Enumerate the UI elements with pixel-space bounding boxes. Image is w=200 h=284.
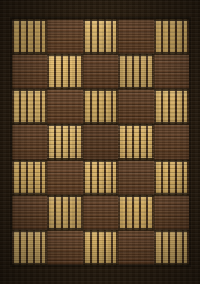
- square-r6c5-plain: [154, 195, 189, 230]
- square-r1c3-striped: [83, 19, 118, 54]
- square-r4c5-plain: [154, 124, 189, 159]
- square-r5c1-striped: [12, 160, 47, 195]
- square-r5c2-plain: [47, 160, 82, 195]
- square-r1c4-plain: [118, 19, 153, 54]
- square-r4c3-plain: [83, 124, 118, 159]
- square-r2c3-plain: [83, 54, 118, 89]
- square-r1c5-striped: [154, 19, 189, 54]
- square-r3c1-striped: [12, 89, 47, 124]
- square-r1c2-plain: [47, 19, 82, 54]
- square-r1c1-striped: [12, 19, 47, 54]
- square-r4c4-striped: [118, 124, 153, 159]
- square-r6c4-striped: [118, 195, 153, 230]
- square-r2c2-striped: [47, 54, 82, 89]
- rug-photo: [0, 0, 200, 284]
- square-r5c4-plain: [118, 160, 153, 195]
- square-r5c5-striped: [154, 160, 189, 195]
- square-r6c1-plain: [12, 195, 47, 230]
- square-r2c1-plain: [12, 54, 47, 89]
- square-r7c5-striped: [154, 230, 189, 265]
- square-r6c2-striped: [47, 195, 82, 230]
- square-r7c4-plain: [118, 230, 153, 265]
- square-r6c3-plain: [83, 195, 118, 230]
- square-r7c2-plain: [47, 230, 82, 265]
- square-r7c3-striped: [83, 230, 118, 265]
- square-r3c5-striped: [154, 89, 189, 124]
- square-r2c5-plain: [154, 54, 189, 89]
- square-r3c3-striped: [83, 89, 118, 124]
- checkerboard: [12, 19, 189, 265]
- square-r4c1-plain: [12, 124, 47, 159]
- square-r7c1-striped: [12, 230, 47, 265]
- square-r3c2-plain: [47, 89, 82, 124]
- square-r4c2-striped: [47, 124, 82, 159]
- square-r2c4-striped: [118, 54, 153, 89]
- square-r3c4-plain: [118, 89, 153, 124]
- square-r5c3-striped: [83, 160, 118, 195]
